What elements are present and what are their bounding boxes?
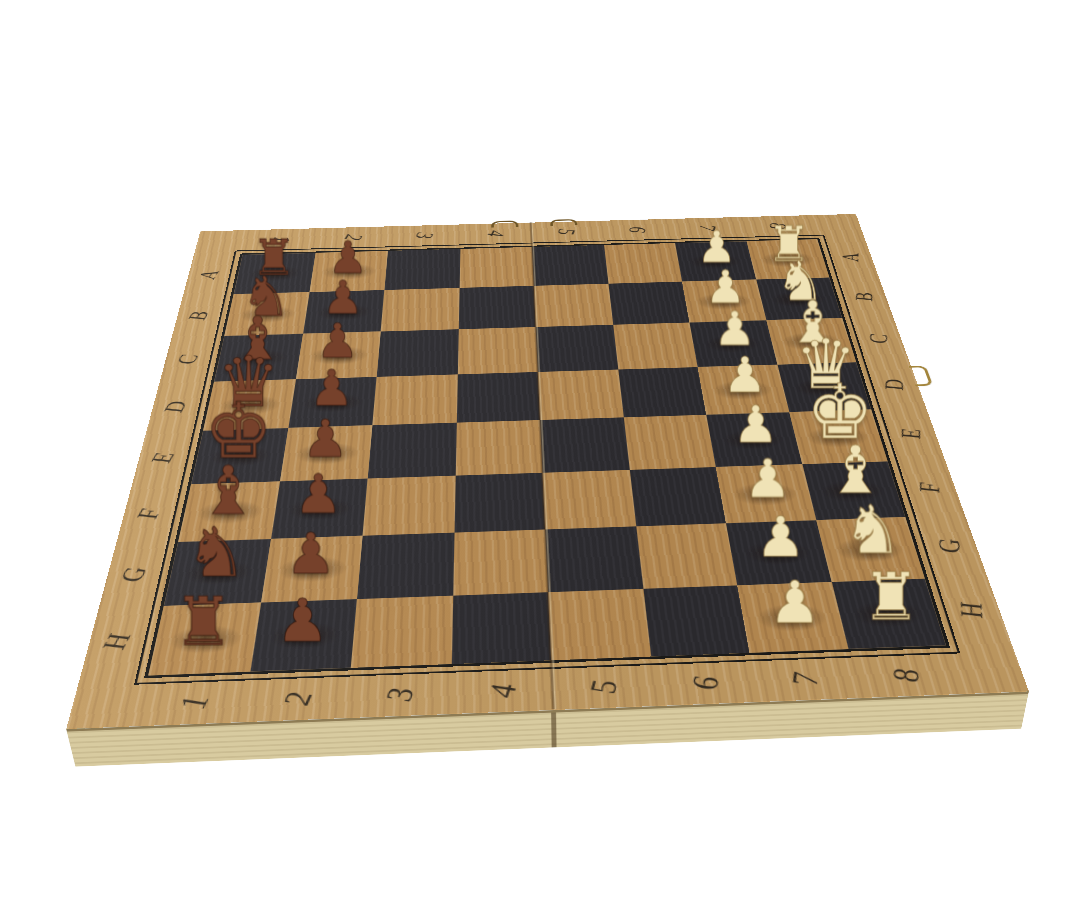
light-pawn-G7[interactable]: ♟ <box>755 512 805 565</box>
square-A3[interactable] <box>384 249 460 290</box>
dark-pawn-C2[interactable]: ♟ <box>316 319 359 364</box>
square-A5[interactable] <box>532 245 608 285</box>
dark-pawn-E2[interactable]: ♟ <box>302 415 348 464</box>
square-H2[interactable]: ♟ <box>250 599 357 672</box>
square-G4[interactable] <box>453 529 548 595</box>
square-F5[interactable] <box>542 470 635 530</box>
square-D3[interactable] <box>372 374 457 425</box>
light-knight-G8[interactable]: ♞ <box>843 498 903 562</box>
square-E4[interactable] <box>455 420 542 475</box>
square-C6[interactable] <box>613 322 698 369</box>
dark-pawn-H2[interactable]: ♟ <box>276 593 329 649</box>
square-D6[interactable] <box>618 367 706 418</box>
square-H3[interactable] <box>351 595 453 668</box>
hinge-icon <box>491 221 518 228</box>
dark-pawn-F2[interactable]: ♟ <box>294 469 342 520</box>
dark-pawn-G2[interactable]: ♟ <box>286 528 337 582</box>
light-pawn-D7[interactable]: ♟ <box>723 353 767 400</box>
dark-rook-H1[interactable]: ♜ <box>173 590 233 653</box>
square-G3[interactable] <box>357 533 454 599</box>
light-pawn-C7[interactable]: ♟ <box>713 308 755 353</box>
square-F4[interactable] <box>454 472 545 532</box>
light-pawn-F7[interactable]: ♟ <box>743 454 791 505</box>
square-G6[interactable] <box>636 523 737 588</box>
square-E5[interactable] <box>540 417 629 472</box>
square-B5[interactable] <box>534 283 613 327</box>
board-surface: ♜♟♟♜♞♟♟♞♝♟♟♝♛♟♟♛♚♟♟♚♝♟♟♝♞♟♟♞♜♟♟♜ 1234567… <box>66 214 1029 729</box>
fold-seam-front <box>551 712 556 747</box>
dark-knight-G1[interactable]: ♞ <box>185 520 246 585</box>
square-H4[interactable] <box>451 592 551 664</box>
square-E6[interactable] <box>623 415 715 470</box>
square-C4[interactable] <box>457 327 537 374</box>
scene: ♜♟♟♜♞♟♟♞♝♟♟♝♛♟♟♛♚♟♟♚♝♟♟♝♞♟♟♞♜♟♟♜ 1234567… <box>0 0 1080 901</box>
square-D5[interactable] <box>538 369 624 420</box>
square-F3[interactable] <box>362 475 455 535</box>
square-E3[interactable] <box>368 423 457 479</box>
light-pawn-E7[interactable]: ♟ <box>733 401 779 450</box>
light-rook-H8[interactable]: ♜ <box>862 565 921 627</box>
square-A6[interactable] <box>604 243 682 283</box>
chess-board: ♜♟♟♜♞♟♟♞♝♟♟♝♛♟♟♛♚♟♟♚♝♟♟♝♞♟♟♞♜♟♟♜ 1234567… <box>66 214 1029 729</box>
square-D4[interactable] <box>456 372 540 423</box>
square-B4[interactable] <box>458 286 535 330</box>
light-pawn-H7[interactable]: ♟ <box>768 575 820 631</box>
square-B3[interactable] <box>381 288 460 332</box>
square-F6[interactable] <box>629 467 726 527</box>
square-A4[interactable] <box>459 247 534 288</box>
square-B6[interactable] <box>608 281 689 324</box>
left-letter-A: A <box>167 262 251 289</box>
square-G5[interactable] <box>545 526 643 591</box>
square-C3[interactable] <box>377 329 459 376</box>
dark-pawn-D2[interactable]: ♟ <box>310 365 355 412</box>
hinge-icon <box>550 219 577 226</box>
square-C5[interactable] <box>536 325 618 372</box>
